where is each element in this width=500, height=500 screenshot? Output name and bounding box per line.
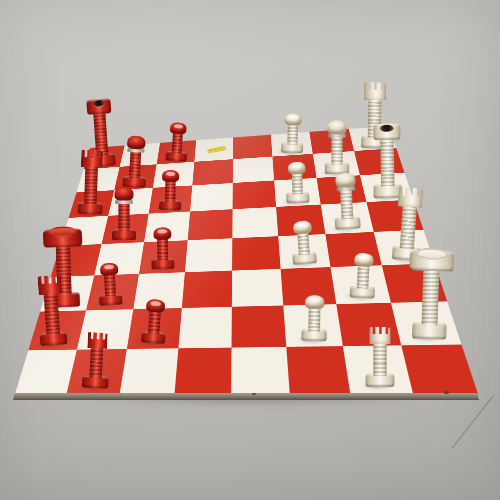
piece-white-queen-h2[interactable]: ♛ xyxy=(405,248,456,340)
board-edge xyxy=(13,393,479,400)
rook-battlements xyxy=(38,274,63,295)
photo-scene: ♚♟♝♜♟♝♟♛♟♜♟♞♟♜♝♚♟♝♟♜♟♛♟♞ xyxy=(0,0,500,500)
piece-red-knight-b1[interactable]: ♞ xyxy=(72,330,120,389)
bolt-threaded-shaft xyxy=(172,132,183,153)
square-e4[interactable] xyxy=(232,236,281,270)
bolt-threaded-shaft xyxy=(118,202,129,230)
rook-battlements xyxy=(398,187,424,208)
square-d1[interactable] xyxy=(174,348,231,394)
pawn-head xyxy=(304,295,324,309)
bolt-threaded-shaft xyxy=(308,306,320,330)
piece-white-pawn-f2[interactable]: ♟ xyxy=(290,294,337,341)
pawn-head xyxy=(293,220,312,234)
piece-red-pawn-c8[interactable]: ♟ xyxy=(156,120,198,162)
bolt-threaded-shaft xyxy=(44,292,60,335)
bolt-threaded-shaft xyxy=(165,180,176,201)
square-d3[interactable] xyxy=(182,271,232,308)
bolt-threaded-shaft xyxy=(157,238,168,260)
bishop-mitre xyxy=(335,173,356,189)
square-e7[interactable] xyxy=(233,157,274,183)
bolt-threaded-shaft xyxy=(332,136,343,165)
bolt-threaded-shaft xyxy=(84,166,98,205)
knight-castle-nut xyxy=(87,331,108,348)
piece-white-bishop-g5[interactable]: ♝ xyxy=(324,172,370,230)
bolt-threaded-shaft xyxy=(357,265,370,289)
bolt-threaded-shaft xyxy=(287,124,298,145)
bolt-threaded-shaft xyxy=(104,274,116,297)
piece-white-pawn-g3[interactable]: ♟ xyxy=(339,251,387,299)
piece-white-pawn-f8[interactable]: ♟ xyxy=(272,112,314,154)
pawn-head xyxy=(354,253,374,267)
square-f1[interactable] xyxy=(286,346,350,394)
square-d2[interactable] xyxy=(178,307,231,349)
piece-red-bishop-b5[interactable]: ♝ xyxy=(103,187,144,240)
bishop-mitre xyxy=(328,120,347,134)
pawn-head xyxy=(288,161,306,174)
pawn-head xyxy=(153,227,171,240)
board-edge-chip xyxy=(444,391,449,394)
bolt-threaded-shaft xyxy=(421,268,439,325)
square-d4[interactable] xyxy=(185,238,232,272)
square-e1[interactable] xyxy=(231,347,290,394)
piece-red-rook-a2[interactable]: ♜ xyxy=(28,273,76,347)
piece-red-pawn-c4[interactable]: ♟ xyxy=(140,226,183,269)
pawn-head xyxy=(162,170,179,182)
piece-white-pawn-f6[interactable]: ♟ xyxy=(275,160,318,203)
square-d7[interactable] xyxy=(192,159,233,185)
bishop-mitre xyxy=(127,135,146,149)
bolt-threaded-shaft xyxy=(129,150,141,178)
pawn-head xyxy=(285,113,302,125)
piece-red-pawn-c6[interactable]: ♟ xyxy=(150,169,191,210)
rook-battlements xyxy=(80,150,102,168)
pawn-head xyxy=(146,299,165,313)
piece-white-knight-g1[interactable]: ♞ xyxy=(355,326,404,387)
bolt-threaded-shaft xyxy=(381,138,395,187)
pawn-head xyxy=(170,122,187,135)
board-edge-chip xyxy=(252,393,256,395)
sticker-text xyxy=(210,147,223,151)
square-h1[interactable] xyxy=(401,345,478,394)
piece-red-pawn-c2[interactable]: ♟ xyxy=(131,297,179,345)
square-d5[interactable] xyxy=(188,209,233,240)
knight-castle-nut xyxy=(369,327,390,344)
bolt-threaded-shaft xyxy=(291,172,302,194)
bishop-mitre xyxy=(114,187,133,201)
pawn-head xyxy=(100,263,119,276)
bolt-threaded-shaft xyxy=(400,205,417,249)
square-e8[interactable] xyxy=(233,135,272,159)
piece-red-pawn-b3[interactable]: ♟ xyxy=(87,261,132,306)
surface-scratch xyxy=(438,396,500,448)
queen-crown-top xyxy=(48,226,77,238)
bolt-threaded-shaft xyxy=(148,310,161,334)
piece-white-pawn-f4[interactable]: ♟ xyxy=(280,218,327,265)
bolt-threaded-shaft xyxy=(340,189,353,219)
bolt-threaded-shaft xyxy=(373,342,386,376)
square-e3[interactable] xyxy=(232,269,283,307)
bolt-threaded-shaft xyxy=(89,346,103,378)
square-e5[interactable] xyxy=(232,207,278,238)
rook-battlements xyxy=(364,81,387,99)
square-d6[interactable] xyxy=(190,183,233,211)
square-e2[interactable] xyxy=(232,305,287,347)
square-c1[interactable] xyxy=(120,348,179,394)
piece-white-bishop-g7[interactable]: ♝ xyxy=(316,120,358,174)
bolt-threaded-shaft xyxy=(297,231,310,255)
square-e6[interactable] xyxy=(233,180,277,209)
